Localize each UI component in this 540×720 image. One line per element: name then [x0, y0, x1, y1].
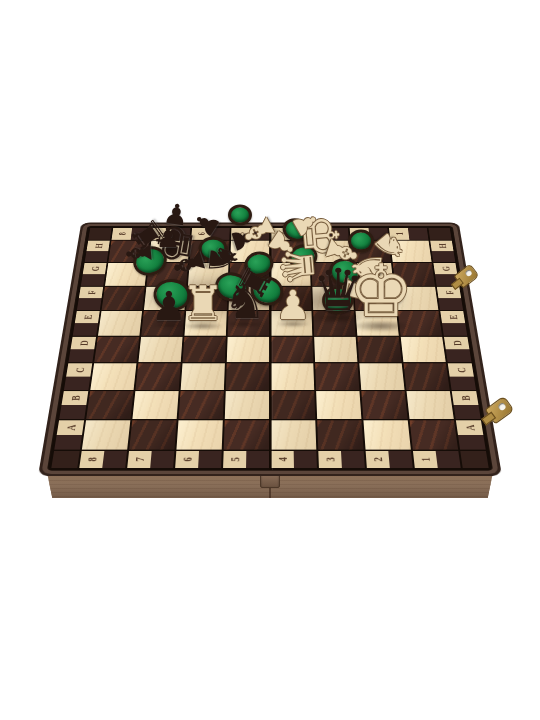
white-king[interactable]: ♚: [349, 255, 414, 327]
lying-black-piece[interactable]: ♝: [121, 236, 158, 269]
pieces-layer: ♚♜♝♞♟♜♟♟♝♚♛♝♞♟♜♟♝♟♞♟♟♜♞♟♛♚: [0, 0, 540, 720]
chess-set-product-photo: 87654321HHGGFFEEDDCCBBAA87654321 ♚♜♝♞♟♜♟…: [0, 0, 540, 720]
black-pawn[interactable]: ♟: [155, 224, 180, 252]
black-knight[interactable]: ♞: [223, 277, 266, 325]
white-pawn[interactable]: ♟: [275, 285, 311, 325]
white-rook[interactable]: ♜: [181, 279, 224, 327]
